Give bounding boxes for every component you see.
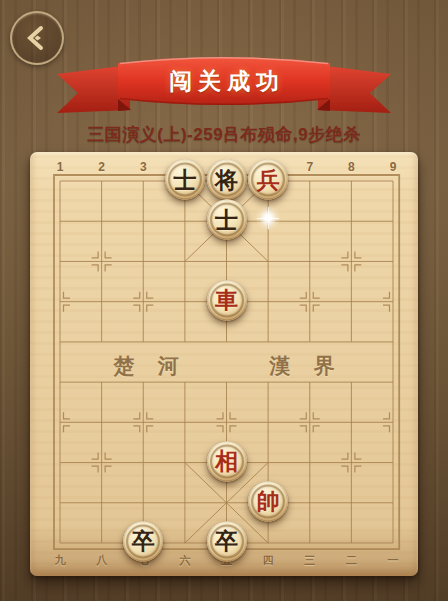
level-subtitle: 三国演义(上)-259吕布殒命,9步绝杀 <box>0 123 448 146</box>
piece-red-elephant[interactable]: 相 <box>207 441 247 481</box>
piece-black-general[interactable]: 将 <box>207 159 247 199</box>
file-label-bottom-1: 九 <box>55 553 66 568</box>
file-label-bottom-2: 八 <box>96 553 107 568</box>
piece-glyph: 車 <box>215 289 238 312</box>
file-label-bottom-6: 四 <box>263 553 274 568</box>
piece-black-soldier[interactable]: 卒 <box>207 521 247 561</box>
file-label-top-2: 2 <box>98 160 105 174</box>
screen: 闯关成功 三国演义(上)-259吕布殒命,9步绝杀 楚 河 漢 界 123456… <box>0 0 448 601</box>
file-label-bottom-4: 六 <box>179 553 190 568</box>
piece-glyph: 帥 <box>257 490 280 513</box>
file-label-bottom-8: 二 <box>346 553 357 568</box>
piece-black-soldier[interactable]: 卒 <box>123 521 163 561</box>
banner-title: 闯关成功 <box>118 59 330 103</box>
piece-black-advisor[interactable]: 士 <box>207 200 247 240</box>
piece-black-advisor[interactable]: 士 <box>165 159 205 199</box>
piece-glyph: 士 <box>215 208 238 231</box>
piece-red-chariot[interactable]: 車 <box>207 280 247 320</box>
file-label-top-8: 8 <box>348 160 355 174</box>
last-move-marker <box>255 205 281 231</box>
piece-red-soldier[interactable]: 兵 <box>248 159 288 199</box>
file-label-top-7: 7 <box>306 160 313 174</box>
piece-glyph: 士 <box>173 168 196 191</box>
file-label-bottom-9: 一 <box>388 553 399 568</box>
ribbon-banner: 闯关成功 <box>55 50 393 118</box>
piece-glyph: 相 <box>215 449 238 472</box>
piece-glyph: 卒 <box>132 530 155 553</box>
piece-glyph: 将 <box>215 168 238 191</box>
file-label-top-9: 9 <box>390 160 397 174</box>
piece-red-general[interactable]: 帥 <box>248 481 288 521</box>
file-label-top-3: 3 <box>140 160 147 174</box>
river-label-right: 漢 界 <box>260 352 343 380</box>
back-arrow-icon <box>22 23 52 53</box>
file-label-top-1: 1 <box>57 160 64 174</box>
xiangqi-board[interactable]: 楚 河 漢 界 123456789九八七六五四三二一士将兵士車相帥卒卒 <box>30 152 418 576</box>
piece-glyph: 兵 <box>257 168 280 191</box>
river-label-left: 楚 河 <box>104 352 187 380</box>
piece-glyph: 卒 <box>215 530 238 553</box>
file-label-bottom-7: 三 <box>304 553 315 568</box>
